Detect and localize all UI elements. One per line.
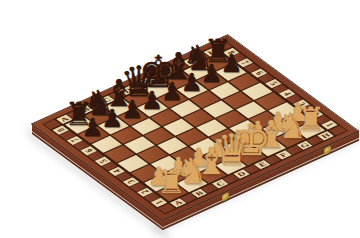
- coordinate-label: G: [299, 142, 311, 149]
- chess-set-photo: ABCDEFGH ABCDEFGH 87654321 87654321 ♜♞♟♝…: [0, 0, 360, 238]
- chess-board: ABCDEFGH ABCDEFGH 87654321 87654321: [32, 35, 358, 220]
- coordinate-label: 1: [154, 200, 165, 206]
- coordinate-label: F: [278, 152, 289, 158]
- coordinate-label: A: [172, 199, 184, 206]
- coordinate-label: D: [236, 171, 248, 178]
- coordinate-label: B: [194, 190, 205, 197]
- coordinate-label: C: [214, 180, 226, 187]
- coordinate-label: E: [257, 161, 268, 168]
- coordinate-label: 1: [324, 122, 335, 128]
- coordinate-label: H: [320, 132, 332, 139]
